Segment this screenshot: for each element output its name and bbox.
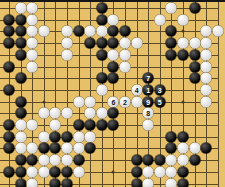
white-stone[interactable] [166, 178, 177, 187]
black-stone[interactable] [15, 73, 26, 84]
black-stone[interactable] [15, 38, 26, 49]
white-stone[interactable] [38, 26, 49, 37]
black-stone[interactable] [189, 155, 200, 166]
black-stone[interactable] [143, 155, 154, 166]
black-stone[interactable] [15, 155, 26, 166]
black-stone[interactable] [4, 84, 15, 95]
white-stone[interactable] [108, 14, 119, 25]
white-stone[interactable] [96, 108, 107, 119]
black-stone[interactable] [189, 3, 200, 14]
white-stone[interactable] [120, 49, 131, 60]
star-point [182, 30, 185, 33]
black-stone[interactable] [108, 108, 119, 119]
black-stone[interactable] [96, 3, 107, 14]
white-stone[interactable] [27, 120, 38, 131]
black-stone[interactable]: 5 [154, 96, 165, 107]
black-stone[interactable] [85, 38, 96, 49]
black-stone[interactable] [131, 155, 142, 166]
white-stone[interactable] [62, 26, 73, 37]
go-app-window: 741362958 [0, 0, 225, 187]
move-number-label: 5 [158, 98, 162, 105]
white-stone[interactable] [189, 38, 200, 49]
white-stone[interactable] [85, 26, 96, 37]
black-stone[interactable] [96, 49, 107, 60]
white-stone[interactable] [27, 61, 38, 72]
black-stone[interactable]: 7 [143, 73, 154, 84]
black-stone[interactable] [50, 166, 61, 177]
black-stone[interactable] [38, 143, 49, 154]
black-stone[interactable] [108, 120, 119, 131]
white-stone[interactable]: 8 [143, 108, 154, 119]
white-stone[interactable]: 4 [131, 84, 142, 95]
black-stone[interactable] [15, 26, 26, 37]
white-stone[interactable]: 6 [108, 96, 119, 107]
white-stone[interactable] [154, 14, 165, 25]
white-stone[interactable] [166, 155, 177, 166]
white-stone[interactable] [85, 96, 96, 107]
black-stone[interactable] [62, 178, 73, 187]
white-stone[interactable] [27, 26, 38, 37]
black-stone[interactable] [189, 73, 200, 84]
black-stone[interactable] [73, 26, 84, 37]
white-stone[interactable] [143, 178, 154, 187]
white-stone[interactable] [15, 131, 26, 142]
black-stone[interactable] [27, 155, 38, 166]
white-stone[interactable] [27, 49, 38, 60]
star-point [42, 100, 45, 103]
black-stone[interactable] [4, 166, 15, 177]
white-stone[interactable] [27, 14, 38, 25]
black-stone[interactable] [96, 38, 107, 49]
black-stone[interactable] [108, 61, 119, 72]
black-stone[interactable] [15, 108, 26, 119]
white-stone[interactable] [50, 108, 61, 119]
black-stone[interactable] [73, 120, 84, 131]
move-number-label: 6 [111, 98, 115, 105]
white-stone[interactable] [85, 131, 96, 142]
black-stone[interactable] [166, 143, 177, 154]
black-stone[interactable] [189, 61, 200, 72]
white-stone[interactable] [27, 166, 38, 177]
white-stone[interactable] [27, 3, 38, 14]
white-stone[interactable] [143, 166, 154, 177]
move-number-label: 4 [135, 86, 139, 93]
black-stone[interactable] [50, 131, 61, 142]
black-stone[interactable] [96, 14, 107, 25]
black-stone[interactable] [166, 26, 177, 37]
black-stone[interactable]: 1 [143, 84, 154, 95]
grid-line [0, 90, 219, 91]
white-stone[interactable] [27, 38, 38, 49]
black-stone[interactable]: 9 [143, 96, 154, 107]
white-stone[interactable] [15, 3, 26, 14]
white-stone[interactable] [27, 143, 38, 154]
white-stone[interactable] [15, 143, 26, 154]
black-stone[interactable] [15, 14, 26, 25]
black-stone[interactable] [15, 166, 26, 177]
white-stone[interactable] [201, 96, 212, 107]
white-stone[interactable] [131, 38, 142, 49]
black-stone[interactable] [166, 38, 177, 49]
white-stone[interactable] [73, 131, 84, 142]
black-stone[interactable] [15, 178, 26, 187]
black-stone[interactable] [178, 49, 189, 60]
black-stone[interactable] [120, 26, 131, 37]
white-stone[interactable] [166, 166, 177, 177]
black-stone[interactable] [4, 14, 15, 25]
black-stone[interactable] [96, 73, 107, 84]
white-stone[interactable] [62, 49, 73, 60]
black-stone[interactable] [50, 143, 61, 154]
white-stone[interactable] [120, 38, 131, 49]
black-stone[interactable] [108, 38, 119, 49]
white-stone[interactable] [201, 84, 212, 95]
white-stone[interactable] [201, 73, 212, 84]
white-stone[interactable] [120, 61, 131, 72]
white-stone[interactable] [73, 166, 84, 177]
black-stone[interactable] [15, 49, 26, 60]
black-stone[interactable] [178, 178, 189, 187]
white-stone[interactable] [62, 38, 73, 49]
white-stone[interactable] [166, 3, 177, 14]
white-stone[interactable] [201, 38, 212, 49]
black-stone[interactable] [189, 49, 200, 60]
white-stone[interactable] [38, 155, 49, 166]
black-stone[interactable] [166, 131, 177, 142]
white-stone[interactable] [154, 166, 165, 177]
black-stone[interactable] [4, 131, 15, 142]
go-board[interactable]: 741362958 [0, 0, 225, 187]
white-stone[interactable] [189, 143, 200, 154]
black-stone[interactable] [108, 73, 119, 84]
white-stone[interactable]: 2 [120, 96, 131, 107]
black-stone[interactable] [201, 143, 212, 154]
black-stone[interactable] [166, 49, 177, 60]
white-stone[interactable] [201, 26, 212, 37]
white-stone[interactable] [62, 155, 73, 166]
white-stone[interactable] [73, 143, 84, 154]
black-stone[interactable] [15, 96, 26, 107]
white-stone[interactable] [50, 155, 61, 166]
white-stone[interactable] [178, 143, 189, 154]
star-point [182, 100, 185, 103]
white-stone[interactable] [108, 49, 119, 60]
move-number-label: 1 [146, 86, 150, 93]
black-stone[interactable] [4, 61, 15, 72]
black-stone[interactable] [108, 26, 119, 37]
white-stone[interactable] [27, 178, 38, 187]
white-stone[interactable] [38, 108, 49, 119]
white-stone[interactable] [15, 120, 26, 131]
white-stone[interactable] [212, 26, 223, 37]
white-stone[interactable] [38, 131, 49, 142]
white-stone[interactable] [201, 61, 212, 72]
black-stone[interactable] [73, 155, 84, 166]
white-stone[interactable] [73, 96, 84, 107]
black-stone[interactable] [131, 178, 142, 187]
move-number-label: 2 [123, 98, 127, 105]
white-stone[interactable] [62, 108, 73, 119]
black-stone[interactable] [178, 166, 189, 177]
move-number-label: 3 [158, 86, 162, 93]
white-stone[interactable] [85, 108, 96, 119]
move-number-label: 7 [146, 75, 150, 82]
white-stone[interactable] [178, 155, 189, 166]
black-stone[interactable] [4, 120, 15, 131]
black-stone[interactable] [62, 166, 73, 177]
black-stone[interactable] [96, 120, 107, 131]
white-stone[interactable] [201, 49, 212, 60]
window-top-edge [0, 0, 225, 2]
black-stone[interactable] [85, 120, 96, 131]
black-stone[interactable] [4, 38, 15, 49]
white-stone[interactable] [50, 120, 61, 131]
black-stone[interactable] [178, 131, 189, 142]
black-stone[interactable] [85, 143, 96, 154]
move-number-label: 8 [146, 110, 150, 117]
white-stone[interactable] [178, 38, 189, 49]
black-stone[interactable] [4, 26, 15, 37]
black-stone[interactable] [4, 143, 15, 154]
black-stone[interactable] [131, 166, 142, 177]
white-stone[interactable] [131, 96, 142, 107]
white-stone[interactable] [96, 84, 107, 95]
black-stone[interactable] [62, 131, 73, 142]
black-stone[interactable] [154, 155, 165, 166]
move-number-label: 9 [146, 98, 150, 105]
black-stone[interactable] [50, 178, 61, 187]
white-stone[interactable] [178, 14, 189, 25]
white-stone[interactable] [62, 143, 73, 154]
white-stone[interactable] [38, 166, 49, 177]
black-stone[interactable]: 3 [154, 84, 165, 95]
white-stone[interactable] [96, 26, 107, 37]
star-point [112, 170, 115, 173]
white-stone[interactable] [143, 120, 154, 131]
